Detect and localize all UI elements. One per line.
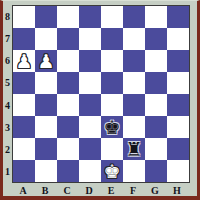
square-g8[interactable]: [145, 6, 167, 28]
square-h2[interactable]: [167, 138, 189, 160]
rank-label-2: 2: [3, 139, 12, 161]
rank-label-6: 6: [3, 50, 12, 72]
rank-label-3: 3: [3, 116, 12, 138]
square-e1[interactable]: ♚: [101, 160, 123, 182]
square-e6[interactable]: [101, 50, 123, 72]
square-d5[interactable]: [79, 72, 101, 94]
square-b2[interactable]: [35, 138, 57, 160]
square-f5[interactable]: [123, 72, 145, 94]
square-g6[interactable]: [145, 50, 167, 72]
square-a4[interactable]: [13, 94, 35, 116]
square-b4[interactable]: [35, 94, 57, 116]
file-label-b: B: [34, 185, 56, 196]
file-label-f: F: [122, 185, 144, 196]
square-c2[interactable]: [57, 138, 79, 160]
chess-board[interactable]: ♟♟♚♜♚: [12, 5, 190, 183]
square-c6[interactable]: [57, 50, 79, 72]
file-label-e: E: [100, 185, 122, 196]
square-g2[interactable]: [145, 138, 167, 160]
square-g4[interactable]: [145, 94, 167, 116]
square-e2[interactable]: [101, 138, 123, 160]
black-king[interactable]: ♚: [101, 116, 123, 138]
square-g5[interactable]: [145, 72, 167, 94]
square-a7[interactable]: [13, 28, 35, 50]
square-c4[interactable]: [57, 94, 79, 116]
square-a5[interactable]: [13, 72, 35, 94]
square-b6[interactable]: ♟: [35, 50, 57, 72]
square-d8[interactable]: [79, 6, 101, 28]
square-e5[interactable]: [101, 72, 123, 94]
square-f8[interactable]: [123, 6, 145, 28]
square-b1[interactable]: [35, 160, 57, 182]
square-g7[interactable]: [145, 28, 167, 50]
file-label-g: G: [144, 185, 166, 196]
white-pawn[interactable]: ♟: [35, 50, 57, 72]
square-f1[interactable]: [123, 160, 145, 182]
square-c3[interactable]: [57, 116, 79, 138]
square-g3[interactable]: [145, 116, 167, 138]
rank-labels: 87654321: [3, 5, 12, 183]
file-label-c: C: [56, 185, 78, 196]
square-e7[interactable]: [101, 28, 123, 50]
rank-label-4: 4: [3, 94, 12, 116]
square-a6[interactable]: ♟: [13, 50, 35, 72]
square-c1[interactable]: [57, 160, 79, 182]
square-c8[interactable]: [57, 6, 79, 28]
square-e4[interactable]: [101, 94, 123, 116]
square-d2[interactable]: [79, 138, 101, 160]
square-f3[interactable]: [123, 116, 145, 138]
square-d6[interactable]: [79, 50, 101, 72]
square-f4[interactable]: [123, 94, 145, 116]
square-h5[interactable]: [167, 72, 189, 94]
square-h4[interactable]: [167, 94, 189, 116]
square-d4[interactable]: [79, 94, 101, 116]
file-label-a: A: [12, 185, 34, 196]
rank-label-1: 1: [3, 161, 12, 183]
square-b8[interactable]: [35, 6, 57, 28]
square-h7[interactable]: [167, 28, 189, 50]
square-g1[interactable]: [145, 160, 167, 182]
square-a2[interactable]: [13, 138, 35, 160]
white-pawn[interactable]: ♟: [13, 50, 35, 72]
rank-label-7: 7: [3, 27, 12, 49]
square-c5[interactable]: [57, 72, 79, 94]
square-h3[interactable]: [167, 116, 189, 138]
file-labels: ABCDEFGH: [12, 185, 190, 196]
file-label-h: H: [166, 185, 188, 196]
file-label-d: D: [78, 185, 100, 196]
square-a1[interactable]: [13, 160, 35, 182]
rank-label-8: 8: [3, 5, 12, 27]
square-d3[interactable]: [79, 116, 101, 138]
square-d7[interactable]: [79, 28, 101, 50]
rank-label-5: 5: [3, 72, 12, 94]
square-b7[interactable]: [35, 28, 57, 50]
square-h6[interactable]: [167, 50, 189, 72]
square-f7[interactable]: [123, 28, 145, 50]
square-f2[interactable]: ♜: [123, 138, 145, 160]
white-king[interactable]: ♚: [101, 160, 123, 182]
square-h1[interactable]: [167, 160, 189, 182]
square-d1[interactable]: [79, 160, 101, 182]
black-rook[interactable]: ♜: [123, 138, 145, 160]
square-e3[interactable]: ♚: [101, 116, 123, 138]
square-b5[interactable]: [35, 72, 57, 94]
square-a3[interactable]: [13, 116, 35, 138]
square-b3[interactable]: [35, 116, 57, 138]
square-a8[interactable]: [13, 6, 35, 28]
square-h8[interactable]: [167, 6, 189, 28]
square-e8[interactable]: [101, 6, 123, 28]
square-f6[interactable]: [123, 50, 145, 72]
board-frame: 87654321 ♟♟♚♜♚ ABCDEFGH: [0, 0, 200, 200]
square-c7[interactable]: [57, 28, 79, 50]
